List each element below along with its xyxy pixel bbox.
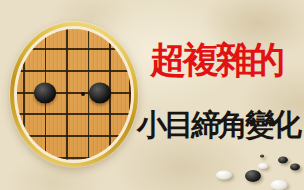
grid-line-horizontal bbox=[17, 135, 131, 137]
grid-line-horizontal bbox=[17, 70, 131, 72]
scattered-white-stone bbox=[271, 180, 288, 190]
go-board-logo bbox=[10, 22, 138, 167]
scattered-black-stone bbox=[290, 164, 300, 171]
scattered-black-stone bbox=[260, 155, 264, 158]
star-point bbox=[81, 92, 85, 96]
black-stone bbox=[34, 83, 56, 104]
black-stone bbox=[89, 83, 111, 104]
title-line2: 小目締角變化 bbox=[137, 109, 299, 141]
grid-line-horizontal bbox=[17, 157, 131, 159]
board-wood bbox=[17, 29, 131, 160]
scattered-white-stone bbox=[258, 163, 268, 169]
grid-line-horizontal bbox=[17, 113, 131, 115]
grid-line-horizontal bbox=[17, 48, 131, 50]
title-line1: 超複雜的 bbox=[150, 41, 282, 79]
scattered-black-stone bbox=[245, 170, 261, 182]
thumbnail-stage: 超複雜的 小目締角變化 bbox=[0, 0, 304, 190]
scattered-black-stone bbox=[278, 157, 288, 164]
scattered-white-stone bbox=[216, 171, 232, 180]
grid-line-vertical bbox=[129, 29, 131, 160]
